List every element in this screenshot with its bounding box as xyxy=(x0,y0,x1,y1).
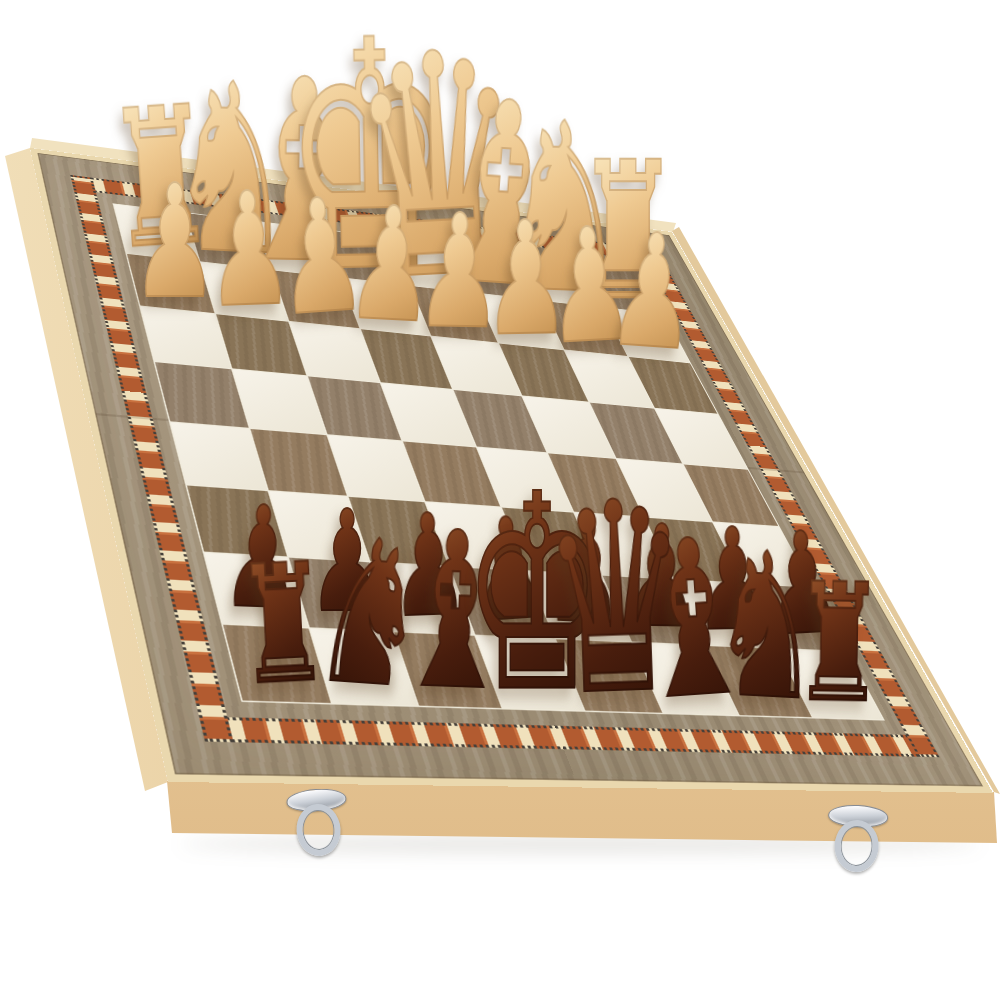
latch-ring-icon xyxy=(295,803,343,858)
caption: Folding wooden chess set, standard start… xyxy=(0,0,1,1)
scene: Folding wooden chess set, standard start… xyxy=(0,0,1002,1002)
metal-latch-left[interactable] xyxy=(286,787,351,858)
chess-board xyxy=(30,148,993,793)
latch-ring-icon xyxy=(833,819,880,873)
metal-latch-right[interactable] xyxy=(825,803,888,873)
